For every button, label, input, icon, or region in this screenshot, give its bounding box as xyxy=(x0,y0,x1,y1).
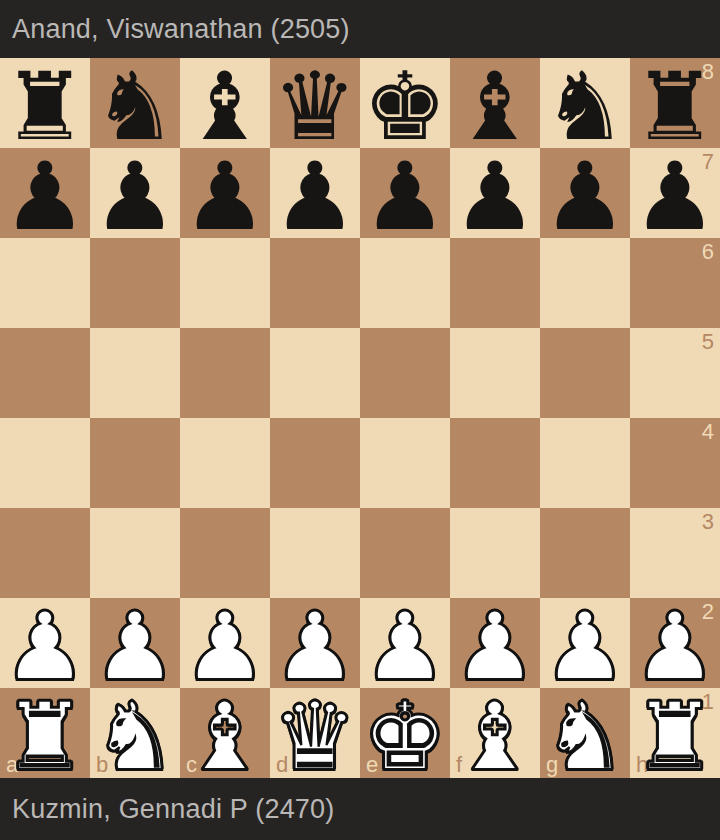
piece-white-pawn[interactable]: ♟ xyxy=(450,602,540,692)
square-d6[interactable] xyxy=(270,238,360,328)
player-top-bar: Anand, Viswanathan (2505) xyxy=(0,0,720,58)
square-g1[interactable]: g♞ xyxy=(540,688,630,778)
piece-white-pawn[interactable]: ♟ xyxy=(90,602,180,692)
square-a8[interactable]: ♜ xyxy=(0,58,90,148)
square-e2[interactable]: ♟ xyxy=(360,598,450,688)
square-a4[interactable] xyxy=(0,418,90,508)
piece-white-pawn[interactable]: ♟ xyxy=(0,602,90,692)
piece-white-pawn[interactable]: ♟ xyxy=(270,602,360,692)
square-h1[interactable]: 1h♜ xyxy=(630,688,720,778)
square-a5[interactable] xyxy=(0,328,90,418)
square-f7[interactable]: ♟ xyxy=(450,148,540,238)
square-a1[interactable]: a♜ xyxy=(0,688,90,778)
piece-white-bishop[interactable]: ♝ xyxy=(450,692,540,782)
piece-white-knight[interactable]: ♞ xyxy=(90,692,180,782)
square-d7[interactable]: ♟ xyxy=(270,148,360,238)
piece-black-queen[interactable]: ♛ xyxy=(270,62,360,152)
piece-white-rook[interactable]: ♜ xyxy=(630,692,720,782)
piece-black-pawn[interactable]: ♟ xyxy=(0,152,90,242)
piece-black-pawn[interactable]: ♟ xyxy=(90,152,180,242)
square-b7[interactable]: ♟ xyxy=(90,148,180,238)
square-e4[interactable] xyxy=(360,418,450,508)
square-b8[interactable]: ♞ xyxy=(90,58,180,148)
square-c6[interactable] xyxy=(180,238,270,328)
piece-black-bishop[interactable]: ♝ xyxy=(450,62,540,152)
square-g7[interactable]: ♟ xyxy=(540,148,630,238)
square-g5[interactable] xyxy=(540,328,630,418)
square-h7[interactable]: 7♟ xyxy=(630,148,720,238)
piece-white-knight[interactable]: ♞ xyxy=(540,692,630,782)
square-g6[interactable] xyxy=(540,238,630,328)
square-f8[interactable]: ♝ xyxy=(450,58,540,148)
coord-rank-5: 5 xyxy=(702,331,714,353)
square-a3[interactable] xyxy=(0,508,90,598)
square-e3[interactable] xyxy=(360,508,450,598)
square-f1[interactable]: f♝ xyxy=(450,688,540,778)
square-d5[interactable] xyxy=(270,328,360,418)
square-b1[interactable]: b♞ xyxy=(90,688,180,778)
piece-white-pawn[interactable]: ♟ xyxy=(360,602,450,692)
square-b4[interactable] xyxy=(90,418,180,508)
square-g4[interactable] xyxy=(540,418,630,508)
piece-white-rook[interactable]: ♜ xyxy=(0,692,90,782)
square-d2[interactable]: ♟ xyxy=(270,598,360,688)
piece-black-rook[interactable]: ♜ xyxy=(0,62,90,152)
coord-rank-4: 4 xyxy=(702,421,714,443)
square-g3[interactable] xyxy=(540,508,630,598)
game-window: Anand, Viswanathan (2505) ♜♞♝♛♚♝♞8♜♟♟♟♟♟… xyxy=(0,0,720,840)
piece-white-king[interactable]: ♚ xyxy=(360,692,450,782)
square-b5[interactable] xyxy=(90,328,180,418)
piece-black-pawn[interactable]: ♟ xyxy=(270,152,360,242)
square-c2[interactable]: ♟ xyxy=(180,598,270,688)
square-e1[interactable]: e♚ xyxy=(360,688,450,778)
square-b3[interactable] xyxy=(90,508,180,598)
square-f5[interactable] xyxy=(450,328,540,418)
piece-white-pawn[interactable]: ♟ xyxy=(540,602,630,692)
square-f3[interactable] xyxy=(450,508,540,598)
square-d1[interactable]: d♛ xyxy=(270,688,360,778)
square-f2[interactable]: ♟ xyxy=(450,598,540,688)
square-e7[interactable]: ♟ xyxy=(360,148,450,238)
piece-black-pawn[interactable]: ♟ xyxy=(630,152,720,242)
square-a6[interactable] xyxy=(0,238,90,328)
piece-black-pawn[interactable]: ♟ xyxy=(180,152,270,242)
square-c3[interactable] xyxy=(180,508,270,598)
square-c4[interactable] xyxy=(180,418,270,508)
square-f6[interactable] xyxy=(450,238,540,328)
square-e8[interactable]: ♚ xyxy=(360,58,450,148)
square-d8[interactable]: ♛ xyxy=(270,58,360,148)
square-c7[interactable]: ♟ xyxy=(180,148,270,238)
piece-black-pawn[interactable]: ♟ xyxy=(450,152,540,242)
piece-black-knight[interactable]: ♞ xyxy=(540,62,630,152)
piece-white-bishop[interactable]: ♝ xyxy=(180,692,270,782)
square-d4[interactable] xyxy=(270,418,360,508)
piece-black-knight[interactable]: ♞ xyxy=(90,62,180,152)
square-h3[interactable]: 3 xyxy=(630,508,720,598)
piece-black-pawn[interactable]: ♟ xyxy=(360,152,450,242)
piece-white-queen[interactable]: ♛ xyxy=(270,692,360,782)
square-c5[interactable] xyxy=(180,328,270,418)
coord-rank-3: 3 xyxy=(702,511,714,533)
square-b2[interactable]: ♟ xyxy=(90,598,180,688)
square-g2[interactable]: ♟ xyxy=(540,598,630,688)
square-h6[interactable]: 6 xyxy=(630,238,720,328)
square-d3[interactable] xyxy=(270,508,360,598)
square-h8[interactable]: 8♜ xyxy=(630,58,720,148)
square-g8[interactable]: ♞ xyxy=(540,58,630,148)
square-e6[interactable] xyxy=(360,238,450,328)
piece-black-rook[interactable]: ♜ xyxy=(630,62,720,152)
piece-black-pawn[interactable]: ♟ xyxy=(540,152,630,242)
player-top-name: Anand, Viswanathan (2505) xyxy=(12,14,350,45)
player-bottom-name: Kuzmin, Gennadi P (2470) xyxy=(12,794,335,825)
chess-board: ♜♞♝♛♚♝♞8♜♟♟♟♟♟♟♟7♟6543♟♟♟♟♟♟♟2♟a♜b♞c♝d♛e… xyxy=(0,58,720,778)
square-e5[interactable] xyxy=(360,328,450,418)
square-h5[interactable]: 5 xyxy=(630,328,720,418)
square-c1[interactable]: c♝ xyxy=(180,688,270,778)
square-h4[interactable]: 4 xyxy=(630,418,720,508)
coord-rank-6: 6 xyxy=(702,241,714,263)
square-a2[interactable]: ♟ xyxy=(0,598,90,688)
square-a7[interactable]: ♟ xyxy=(0,148,90,238)
square-b6[interactable] xyxy=(90,238,180,328)
piece-black-bishop[interactable]: ♝ xyxy=(180,62,270,152)
square-f4[interactable] xyxy=(450,418,540,508)
piece-black-king[interactable]: ♚ xyxy=(360,62,450,152)
square-c8[interactable]: ♝ xyxy=(180,58,270,148)
piece-white-pawn[interactable]: ♟ xyxy=(630,602,720,692)
square-h2[interactable]: 2♟ xyxy=(630,598,720,688)
piece-white-pawn[interactable]: ♟ xyxy=(180,602,270,692)
